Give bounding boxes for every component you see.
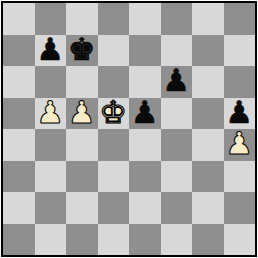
square-g8[interactable] — [192, 3, 224, 35]
square-g3[interactable] — [192, 161, 224, 193]
piece-black-pawn[interactable]: ♟ — [131, 98, 159, 128]
square-a8[interactable] — [3, 3, 35, 35]
square-b4[interactable] — [35, 129, 67, 161]
square-b2[interactable] — [35, 192, 67, 224]
square-h8[interactable] — [224, 3, 256, 35]
square-a7[interactable] — [3, 35, 35, 67]
square-e5[interactable]: ♟ — [129, 98, 161, 130]
square-c2[interactable] — [66, 192, 98, 224]
square-g1[interactable] — [192, 224, 224, 256]
square-f6[interactable]: ♟ — [161, 66, 193, 98]
square-d5[interactable]: ♚ — [98, 98, 130, 130]
square-d2[interactable] — [98, 192, 130, 224]
square-d7[interactable] — [98, 35, 130, 67]
square-f5[interactable] — [161, 98, 193, 130]
square-f4[interactable] — [161, 129, 193, 161]
piece-white-pawn[interactable]: ♟ — [225, 129, 253, 159]
square-g2[interactable] — [192, 192, 224, 224]
square-f1[interactable] — [161, 224, 193, 256]
square-a4[interactable] — [3, 129, 35, 161]
square-c8[interactable] — [66, 3, 98, 35]
square-e7[interactable] — [129, 35, 161, 67]
square-c7[interactable]: ♚ — [66, 35, 98, 67]
square-g5[interactable] — [192, 98, 224, 130]
square-h7[interactable] — [224, 35, 256, 67]
square-f8[interactable] — [161, 3, 193, 35]
square-a5[interactable] — [3, 98, 35, 130]
square-d8[interactable] — [98, 3, 130, 35]
square-d4[interactable] — [98, 129, 130, 161]
square-b8[interactable] — [35, 3, 67, 35]
square-e3[interactable] — [129, 161, 161, 193]
piece-white-pawn[interactable]: ♟ — [36, 98, 64, 128]
square-h5[interactable]: ♟ — [224, 98, 256, 130]
square-b1[interactable] — [35, 224, 67, 256]
piece-white-pawn[interactable]: ♟ — [68, 98, 96, 128]
square-b3[interactable] — [35, 161, 67, 193]
square-h6[interactable] — [224, 66, 256, 98]
square-e4[interactable] — [129, 129, 161, 161]
square-a1[interactable] — [3, 224, 35, 256]
square-g4[interactable] — [192, 129, 224, 161]
square-c1[interactable] — [66, 224, 98, 256]
chess-board-frame: ♟♚♟♟♟♚♟♟♟ — [1, 1, 257, 257]
square-e8[interactable] — [129, 3, 161, 35]
square-b5[interactable]: ♟ — [35, 98, 67, 130]
square-c4[interactable] — [66, 129, 98, 161]
piece-black-pawn[interactable]: ♟ — [162, 66, 190, 96]
square-c6[interactable] — [66, 66, 98, 98]
square-g6[interactable] — [192, 66, 224, 98]
square-a6[interactable] — [3, 66, 35, 98]
piece-white-king[interactable]: ♚ — [99, 98, 127, 128]
square-b7[interactable]: ♟ — [35, 35, 67, 67]
square-f7[interactable] — [161, 35, 193, 67]
piece-black-pawn[interactable]: ♟ — [225, 98, 253, 128]
piece-black-pawn[interactable]: ♟ — [36, 35, 64, 65]
square-f3[interactable] — [161, 161, 193, 193]
square-h2[interactable] — [224, 192, 256, 224]
chess-board: ♟♚♟♟♟♚♟♟♟ — [3, 3, 255, 255]
square-c3[interactable] — [66, 161, 98, 193]
square-h3[interactable] — [224, 161, 256, 193]
piece-black-king[interactable]: ♚ — [68, 35, 96, 65]
square-c5[interactable]: ♟ — [66, 98, 98, 130]
square-b6[interactable] — [35, 66, 67, 98]
square-e2[interactable] — [129, 192, 161, 224]
square-g7[interactable] — [192, 35, 224, 67]
square-h4[interactable]: ♟ — [224, 129, 256, 161]
square-e6[interactable] — [129, 66, 161, 98]
square-e1[interactable] — [129, 224, 161, 256]
square-d3[interactable] — [98, 161, 130, 193]
square-f2[interactable] — [161, 192, 193, 224]
square-d6[interactable] — [98, 66, 130, 98]
square-a2[interactable] — [3, 192, 35, 224]
square-a3[interactable] — [3, 161, 35, 193]
square-h1[interactable] — [224, 224, 256, 256]
square-d1[interactable] — [98, 224, 130, 256]
